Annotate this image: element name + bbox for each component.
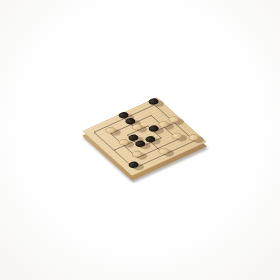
product-photo-stage (0, 0, 280, 280)
morris-board (82, 97, 207, 176)
